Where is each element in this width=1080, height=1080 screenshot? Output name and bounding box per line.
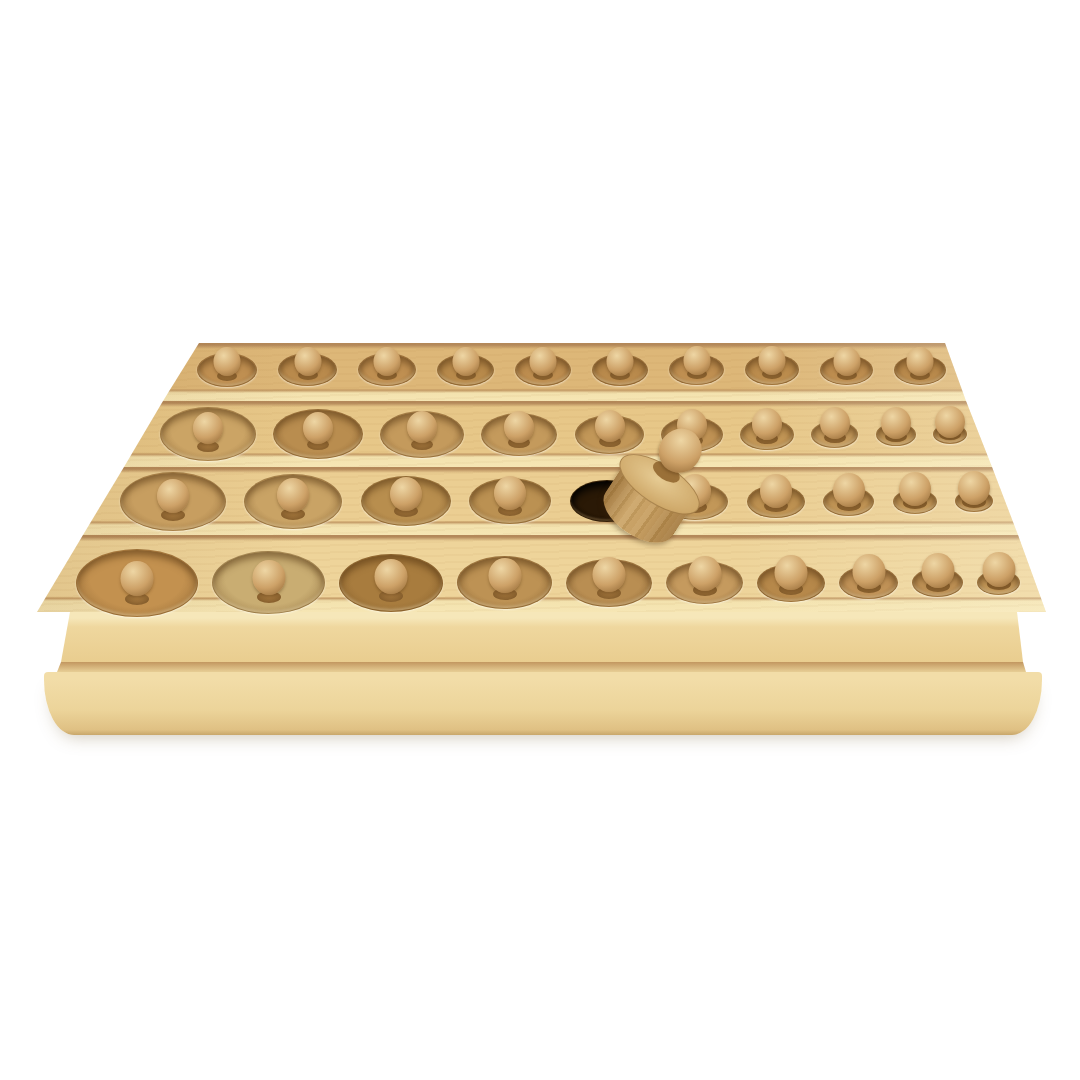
block-2-slot-4-cylinder[interactable] [481,413,557,456]
block-4-front-slot-5-cylinder[interactable] [566,559,652,607]
cylinder-knob-icon [452,347,479,376]
block-4-front-slot-1-cylinder[interactable] [76,549,198,617]
cylinder-knob-icon [833,473,865,507]
cylinder-knob-icon [775,555,808,590]
cylinder-knob-icon [881,407,911,439]
front-face-groove [0,662,1080,672]
block-3-slot-8-cylinder[interactable] [823,487,874,516]
cylinder-knob-icon [958,471,990,505]
block-2-slot-2-cylinder[interactable] [273,409,363,459]
cylinder-knob-icon [494,476,526,510]
block-4-front-slot-7-cylinder[interactable] [757,564,825,602]
cylinder-knob-icon [607,347,634,376]
block-3-slot-7-cylinder[interactable] [747,485,805,518]
block-3-slot-10-cylinder[interactable] [955,490,993,512]
front-face-upper-band [0,612,1080,662]
cylinder-knob-icon [899,472,931,506]
cylinder-knob-icon [488,558,521,593]
block-1-back-slot-3-cylinder[interactable] [358,353,416,386]
block-1-back-slot-6-cylinder[interactable] [592,354,648,386]
cylinder-knob-icon [303,412,333,444]
block-3-slot-3-cylinder[interactable] [361,476,451,526]
cylinder-knob-icon [833,347,860,376]
block-2-slot-10-cylinder[interactable] [933,424,967,444]
block-4-front-slot-3-cylinder[interactable] [339,554,443,612]
cylinder-knob-icon [752,408,782,440]
block-2-slot-8-cylinder[interactable] [811,421,858,448]
cylinder-knob-icon [157,479,189,513]
block-3-slot-4-cylinder[interactable] [469,478,551,524]
cylinder-knob-icon [375,559,408,594]
cylinder-knob-icon [390,477,422,511]
block-2-slot-9-cylinder[interactable] [876,423,916,446]
cylinder-knob-icon [593,557,626,592]
block-4-front-slot-6-cylinder[interactable] [666,561,743,604]
cylinder-knob-icon [214,347,241,376]
block-2-slot-7-cylinder[interactable] [740,419,794,450]
cylinder-knob-icon [759,346,786,375]
cylinder-knob-icon [407,411,437,443]
cylinder-knob-icon [294,347,321,376]
block-4-front-slot-9-cylinder[interactable] [912,568,963,597]
cylinder-knob-icon [277,478,309,512]
block-3-slot-2-cylinder[interactable] [244,474,342,529]
block-1-back-slot-7-cylinder[interactable] [669,354,724,385]
cylinder-knob-icon [982,552,1015,587]
cylinder-knob-icon [193,412,223,444]
cylinder-knob-icon [852,554,885,589]
cylinder-knob-icon [907,347,934,376]
cylinder-knob-icon [683,346,710,375]
block-4-front-slot-4-cylinder[interactable] [457,556,552,609]
cylinder-knob-icon [921,553,954,588]
block-2-slot-1-cylinder[interactable] [160,407,256,461]
cylinder-knob-icon [530,347,557,376]
block-4-front-slot-2-cylinder[interactable] [212,551,325,614]
product-photo-stage [0,0,1080,1080]
cylinder-knob-icon [935,406,965,438]
cylinder-knob-icon [252,560,285,595]
block-1-back-slot-2-cylinder[interactable] [278,353,337,386]
cylinder-knob-icon [504,411,534,443]
block-1-back-slot-8-cylinder[interactable] [745,354,799,385]
block-4-front-slot-10-cylinder[interactable] [977,570,1020,595]
block-3-slot-9-cylinder[interactable] [893,489,937,514]
block-2-slot-3-cylinder[interactable] [380,411,464,458]
cylinder-knob-icon [121,561,154,596]
cylinder-knob-icon [374,347,401,376]
block-1-back-slot-1-cylinder[interactable] [197,353,257,387]
cylinder-knob-icon [820,407,850,439]
block-4-front-slot-8-cylinder[interactable] [839,566,898,599]
cylinder-knob-icon [595,410,625,442]
block-1-back-slot-5-cylinder[interactable] [515,354,571,386]
block-3-slot-1-cylinder[interactable] [120,472,226,531]
front-face-base-band [44,672,1042,735]
cylinder-knob-icon [760,474,792,508]
block-1-back-slot-9-cylinder[interactable] [820,355,873,385]
block-1-back-slot-4-cylinder[interactable] [437,354,494,386]
cylinder-knob-icon [688,556,721,591]
block-1-back-slot-10-cylinder[interactable] [894,355,946,385]
